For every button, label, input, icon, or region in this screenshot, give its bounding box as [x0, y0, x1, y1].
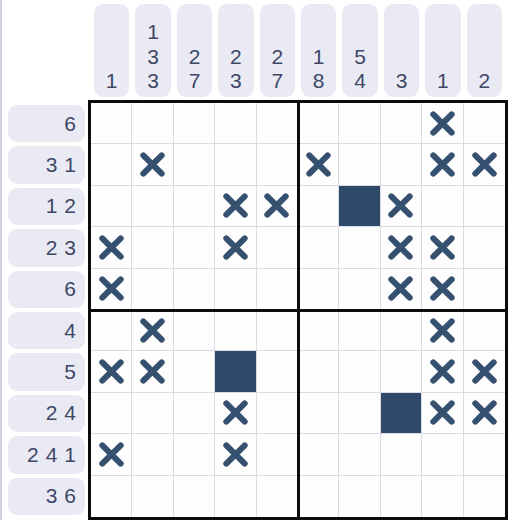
- col-clue-box-3: 27: [177, 4, 212, 97]
- cell-r9c3[interactable]: [174, 434, 215, 475]
- cell-r4c9[interactable]: [422, 227, 463, 268]
- row-clue-number: 2: [27, 443, 39, 467]
- cell-r3c6[interactable]: [298, 186, 339, 227]
- cell-r4c2[interactable]: [132, 227, 173, 268]
- x-mark-icon: [97, 233, 126, 262]
- x-mark-icon: [470, 398, 499, 427]
- row-clue-number: 1: [64, 153, 76, 177]
- cell-r4c4[interactable]: [215, 227, 256, 268]
- cell-r8c1[interactable]: [91, 393, 132, 434]
- column-clues-bar: 11332723271854312: [91, 4, 505, 97]
- col-clue-box-6: 18: [301, 4, 336, 97]
- cell-r4c7[interactable]: [339, 227, 380, 268]
- col-clue-number: 3: [147, 69, 159, 94]
- cell-r7c1[interactable]: [91, 351, 132, 392]
- board-cells: [91, 103, 505, 517]
- row-clue-box-1: 6: [8, 105, 85, 142]
- row-clue-box-4: 23: [8, 229, 85, 266]
- cell-r5c4[interactable]: [215, 269, 256, 310]
- col-clue-number: 2: [230, 45, 242, 70]
- cell-r8c7[interactable]: [339, 393, 380, 434]
- col-clue-box-7: 54: [342, 4, 377, 97]
- cell-r2c5[interactable]: [257, 144, 298, 185]
- row-clue-number: 6: [64, 484, 76, 508]
- row-clue-box-10: 36: [8, 478, 85, 515]
- row-clue-number: 6: [64, 112, 76, 136]
- row-clue-number: 1: [64, 443, 76, 467]
- cell-r6c6[interactable]: [298, 310, 339, 351]
- cell-r8c10[interactable]: [464, 393, 505, 434]
- cell-r1c7[interactable]: [339, 103, 380, 144]
- cell-r10c4[interactable]: [215, 476, 256, 517]
- x-mark-icon: [97, 440, 126, 469]
- cell-r5c5[interactable]: [257, 269, 298, 310]
- cell-r10c9[interactable]: [422, 476, 463, 517]
- cell-r9c5[interactable]: [257, 434, 298, 475]
- col-clue-box-1: 1: [94, 4, 129, 97]
- cell-r1c1[interactable]: [91, 103, 132, 144]
- cell-r9c4[interactable]: [215, 434, 256, 475]
- cell-r3c9[interactable]: [422, 186, 463, 227]
- cell-r6c8[interactable]: [381, 310, 422, 351]
- x-mark-icon: [138, 150, 167, 179]
- cell-r9c9[interactable]: [422, 434, 463, 475]
- cell-r3c3[interactable]: [174, 186, 215, 227]
- cell-r4c8[interactable]: [381, 227, 422, 268]
- x-mark-icon: [428, 274, 457, 303]
- row-clue-box-7: 5: [8, 353, 85, 390]
- x-mark-icon: [221, 233, 250, 262]
- col-clue-number: 2: [189, 45, 201, 70]
- x-mark-icon: [221, 440, 250, 469]
- x-mark-icon: [428, 150, 457, 179]
- cell-r8c3[interactable]: [174, 393, 215, 434]
- row-clue-number: 2: [46, 401, 58, 425]
- cell-r6c10[interactable]: [464, 310, 505, 351]
- x-mark-icon: [304, 150, 333, 179]
- col-clue-box-5: 27: [260, 4, 295, 97]
- cell-r7c4[interactable]: [215, 351, 256, 392]
- cell-r7c7[interactable]: [339, 351, 380, 392]
- row-clue-number: 5: [64, 360, 76, 384]
- cell-r10c1[interactable]: [91, 476, 132, 517]
- x-mark-icon: [470, 150, 499, 179]
- cell-r3c5[interactable]: [257, 186, 298, 227]
- cell-r9c8[interactable]: [381, 434, 422, 475]
- cell-r8c9[interactable]: [422, 393, 463, 434]
- row-clue-number: 4: [46, 443, 58, 467]
- col-clue-box-4: 23: [218, 4, 253, 97]
- cell-r5c7[interactable]: [339, 269, 380, 310]
- cell-r1c3[interactable]: [174, 103, 215, 144]
- cell-r5c10[interactable]: [464, 269, 505, 310]
- row-clue-box-5: 6: [8, 271, 85, 308]
- cell-r8c8[interactable]: [381, 393, 422, 434]
- cell-r3c2[interactable]: [132, 186, 173, 227]
- col-clue-number: 1: [313, 45, 325, 70]
- cell-r5c8[interactable]: [381, 269, 422, 310]
- row-clue-box-8: 24: [8, 395, 85, 432]
- cell-r7c8[interactable]: [381, 351, 422, 392]
- cell-r10c3[interactable]: [174, 476, 215, 517]
- cell-r8c2[interactable]: [132, 393, 173, 434]
- cell-r1c2[interactable]: [132, 103, 173, 144]
- cell-r3c4[interactable]: [215, 186, 256, 227]
- row-clue-number: 3: [46, 484, 58, 508]
- cell-r9c6[interactable]: [298, 434, 339, 475]
- col-clue-number: 1: [437, 69, 449, 94]
- cell-r6c4[interactable]: [215, 310, 256, 351]
- cell-r1c8[interactable]: [381, 103, 422, 144]
- cell-r6c2[interactable]: [132, 310, 173, 351]
- cell-r3c8[interactable]: [381, 186, 422, 227]
- cell-r7c2[interactable]: [132, 351, 173, 392]
- cell-r2c7[interactable]: [339, 144, 380, 185]
- cell-r2c8[interactable]: [381, 144, 422, 185]
- cell-r4c3[interactable]: [174, 227, 215, 268]
- col-clue-number: 2: [478, 69, 490, 94]
- x-mark-icon: [386, 191, 415, 220]
- cell-r8c6[interactable]: [298, 393, 339, 434]
- col-clue-number: 1: [106, 69, 118, 94]
- row-clue-number: 2: [46, 236, 58, 260]
- cell-r5c3[interactable]: [174, 269, 215, 310]
- row-clue-number: 4: [64, 319, 76, 343]
- cell-r7c3[interactable]: [174, 351, 215, 392]
- cell-r6c5[interactable]: [257, 310, 298, 351]
- cell-r7c5[interactable]: [257, 351, 298, 392]
- row-clue-box-6: 4: [8, 312, 85, 349]
- cell-r3c10[interactable]: [464, 186, 505, 227]
- cell-r9c7[interactable]: [339, 434, 380, 475]
- x-mark-icon: [262, 191, 291, 220]
- x-mark-icon: [221, 398, 250, 427]
- col-clue-number: 5: [354, 45, 366, 70]
- cell-r9c2[interactable]: [132, 434, 173, 475]
- row-clues-bar: 63112236452424136: [8, 103, 85, 517]
- row-clue-number: 3: [46, 153, 58, 177]
- x-mark-icon: [386, 274, 415, 303]
- cell-r1c6[interactable]: [298, 103, 339, 144]
- row-clue-number: 2: [64, 194, 76, 218]
- x-mark-icon: [386, 233, 415, 262]
- row-clue-number: 4: [64, 401, 76, 425]
- screen-edge-line: [0, 0, 2, 520]
- row-clue-number: 6: [64, 277, 76, 301]
- board-grid: [88, 100, 508, 520]
- col-clue-number: 2: [271, 45, 283, 70]
- cell-r4c5[interactable]: [257, 227, 298, 268]
- x-mark-icon: [221, 191, 250, 220]
- row-clue-number: 3: [64, 236, 76, 260]
- cell-r1c5[interactable]: [257, 103, 298, 144]
- cell-r7c6[interactable]: [298, 351, 339, 392]
- cell-r8c4[interactable]: [215, 393, 256, 434]
- x-mark-icon: [428, 233, 457, 262]
- cell-r4c1[interactable]: [91, 227, 132, 268]
- cell-r3c7[interactable]: [339, 186, 380, 227]
- row-clue-number: 1: [46, 194, 58, 218]
- cell-r1c4[interactable]: [215, 103, 256, 144]
- row-clue-box-9: 241: [8, 436, 85, 473]
- cell-r5c2[interactable]: [132, 269, 173, 310]
- cell-r6c1[interactable]: [91, 310, 132, 351]
- cell-r2c10[interactable]: [464, 144, 505, 185]
- cell-r4c6[interactable]: [298, 227, 339, 268]
- cell-r6c3[interactable]: [174, 310, 215, 351]
- cell-r9c10[interactable]: [464, 434, 505, 475]
- col-clue-number: 3: [147, 45, 159, 70]
- col-clue-number: 8: [313, 69, 325, 94]
- x-mark-icon: [97, 274, 126, 303]
- cell-r1c9[interactable]: [422, 103, 463, 144]
- col-clue-box-8: 3: [384, 4, 419, 97]
- cell-r2c2[interactable]: [132, 144, 173, 185]
- cell-r2c9[interactable]: [422, 144, 463, 185]
- x-mark-icon: [470, 357, 499, 386]
- cell-r3c1[interactable]: [91, 186, 132, 227]
- x-mark-icon: [428, 398, 457, 427]
- cell-r10c5[interactable]: [257, 476, 298, 517]
- cell-r1c10[interactable]: [464, 103, 505, 144]
- cell-r10c10[interactable]: [464, 476, 505, 517]
- col-clue-number: 3: [230, 69, 242, 94]
- cell-r5c9[interactable]: [422, 269, 463, 310]
- x-mark-icon: [138, 357, 167, 386]
- nonogram-screen: 11332723271854312 63112236452424136: [0, 0, 514, 520]
- cell-r5c1[interactable]: [91, 269, 132, 310]
- col-clue-box-2: 133: [135, 4, 170, 97]
- x-mark-icon: [428, 316, 457, 345]
- x-mark-icon: [428, 357, 457, 386]
- col-clue-box-10: 2: [467, 4, 502, 97]
- cell-r10c2[interactable]: [132, 476, 173, 517]
- col-clue-box-9: 1: [425, 4, 460, 97]
- cell-r7c10[interactable]: [464, 351, 505, 392]
- col-clue-number: 3: [396, 69, 408, 94]
- cell-r5c6[interactable]: [298, 269, 339, 310]
- cell-r10c6[interactable]: [298, 476, 339, 517]
- cell-r8c5[interactable]: [257, 393, 298, 434]
- cell-r4c10[interactable]: [464, 227, 505, 268]
- cell-r6c7[interactable]: [339, 310, 380, 351]
- cell-r6c9[interactable]: [422, 310, 463, 351]
- cell-r9c1[interactable]: [91, 434, 132, 475]
- cell-r10c8[interactable]: [381, 476, 422, 517]
- col-clue-number: 7: [271, 69, 283, 94]
- cell-r2c1[interactable]: [91, 144, 132, 185]
- cell-r2c3[interactable]: [174, 144, 215, 185]
- x-mark-icon: [138, 316, 167, 345]
- row-clue-box-2: 31: [8, 146, 85, 183]
- cell-r2c4[interactable]: [215, 144, 256, 185]
- x-mark-icon: [428, 109, 457, 138]
- cell-r2c6[interactable]: [298, 144, 339, 185]
- x-mark-icon: [97, 357, 126, 386]
- cell-r10c7[interactable]: [339, 476, 380, 517]
- col-clue-number: 4: [354, 69, 366, 94]
- cell-r7c9[interactable]: [422, 351, 463, 392]
- col-clue-number: 1: [147, 20, 159, 45]
- col-clue-number: 7: [189, 69, 201, 94]
- row-clue-box-3: 12: [8, 188, 85, 225]
